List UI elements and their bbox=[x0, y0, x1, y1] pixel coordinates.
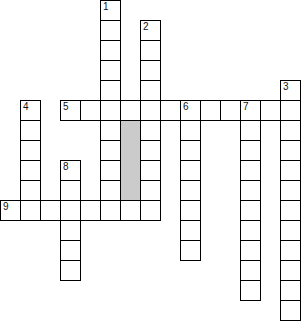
cell-r5c14[interactable] bbox=[280, 100, 301, 121]
cell-r8c1[interactable] bbox=[20, 160, 41, 181]
cell-r12c12[interactable] bbox=[240, 240, 261, 261]
cell-r11c12[interactable] bbox=[240, 220, 261, 241]
clue-number-6: 6 bbox=[183, 101, 189, 112]
cell-r10c3[interactable] bbox=[60, 200, 81, 221]
highlight-strip bbox=[121, 121, 140, 200]
cell-r10c0[interactable]: 9 bbox=[0, 200, 21, 221]
clue-number-3: 3 bbox=[283, 81, 289, 92]
cell-r8c9[interactable] bbox=[180, 160, 201, 181]
clue-number-2: 2 bbox=[143, 21, 149, 32]
cell-r6c1[interactable] bbox=[20, 120, 41, 141]
cell-r6c5[interactable] bbox=[100, 120, 121, 141]
cell-r0c5[interactable]: 1 bbox=[100, 0, 121, 21]
cell-r14c14[interactable] bbox=[280, 280, 301, 301]
cell-r11c9[interactable] bbox=[180, 220, 201, 241]
cell-r8c14[interactable] bbox=[280, 160, 301, 181]
cell-r6c9[interactable] bbox=[180, 120, 201, 141]
cell-r3c7[interactable] bbox=[140, 60, 161, 81]
cell-r13c14[interactable] bbox=[280, 260, 301, 281]
crossword-board: 123456789 bbox=[0, 0, 301, 321]
cell-r8c3[interactable]: 8 bbox=[60, 160, 81, 181]
cell-r10c14[interactable] bbox=[280, 200, 301, 221]
cell-r4c5[interactable] bbox=[100, 80, 121, 101]
cell-r10c4[interactable] bbox=[80, 200, 101, 221]
cell-r11c14[interactable] bbox=[280, 220, 301, 241]
cell-r11c3[interactable] bbox=[60, 220, 81, 241]
clue-number-4: 4 bbox=[23, 101, 29, 112]
cell-r4c14[interactable]: 3 bbox=[280, 80, 301, 101]
cell-r14c12[interactable] bbox=[240, 280, 261, 301]
cell-r5c11[interactable] bbox=[220, 100, 241, 121]
cell-r8c12[interactable] bbox=[240, 160, 261, 181]
cell-r10c9[interactable] bbox=[180, 200, 201, 221]
cell-r10c1[interactable] bbox=[20, 200, 41, 221]
cell-r13c12[interactable] bbox=[240, 260, 261, 281]
cell-r5c5[interactable] bbox=[100, 100, 121, 121]
cell-r6c14[interactable] bbox=[280, 120, 301, 141]
cell-r2c5[interactable] bbox=[100, 40, 121, 61]
cell-r9c1[interactable] bbox=[20, 180, 41, 201]
cell-r1c5[interactable] bbox=[100, 20, 121, 41]
cell-r10c2[interactable] bbox=[40, 200, 61, 221]
cell-r12c9[interactable] bbox=[180, 240, 201, 261]
cell-r7c9[interactable] bbox=[180, 140, 201, 161]
clue-number-1: 1 bbox=[103, 1, 109, 12]
cell-r5c6[interactable] bbox=[120, 100, 141, 121]
cell-r5c10[interactable] bbox=[200, 100, 221, 121]
cell-r7c14[interactable] bbox=[280, 140, 301, 161]
clue-number-7: 7 bbox=[243, 101, 249, 112]
cell-r10c5[interactable] bbox=[100, 200, 121, 221]
cell-r2c7[interactable] bbox=[140, 40, 161, 61]
clue-number-5: 5 bbox=[63, 101, 69, 112]
cell-r5c1[interactable]: 4 bbox=[20, 100, 41, 121]
cell-r3c5[interactable] bbox=[100, 60, 121, 81]
cell-r12c3[interactable] bbox=[60, 240, 81, 261]
cell-r4c7[interactable] bbox=[140, 80, 161, 101]
cell-r7c1[interactable] bbox=[20, 140, 41, 161]
cell-r5c9[interactable]: 6 bbox=[180, 100, 201, 121]
cell-r9c12[interactable] bbox=[240, 180, 261, 201]
cell-r10c7[interactable] bbox=[140, 200, 161, 221]
cell-r5c8[interactable] bbox=[160, 100, 181, 121]
clue-number-9: 9 bbox=[3, 201, 9, 212]
cell-r1c7[interactable]: 2 bbox=[140, 20, 161, 41]
cell-r13c3[interactable] bbox=[60, 260, 81, 281]
cell-r8c5[interactable] bbox=[100, 160, 121, 181]
clue-number-8: 8 bbox=[63, 161, 69, 172]
cell-r5c12[interactable]: 7 bbox=[240, 100, 261, 121]
cell-r6c12[interactable] bbox=[240, 120, 261, 141]
cell-r5c3[interactable]: 5 bbox=[60, 100, 81, 121]
cell-r7c7[interactable] bbox=[140, 140, 161, 161]
cell-r6c7[interactable] bbox=[140, 120, 161, 141]
cell-r12c14[interactable] bbox=[280, 240, 301, 261]
cell-r8c7[interactable] bbox=[140, 160, 161, 181]
cell-r10c6[interactable] bbox=[120, 200, 141, 221]
cell-r7c5[interactable] bbox=[100, 140, 121, 161]
cell-r10c12[interactable] bbox=[240, 200, 261, 221]
cell-r15c14[interactable] bbox=[280, 300, 301, 321]
cell-r5c13[interactable] bbox=[260, 100, 281, 121]
cell-r5c7[interactable] bbox=[140, 100, 161, 121]
cell-r7c12[interactable] bbox=[240, 140, 261, 161]
cell-r9c5[interactable] bbox=[100, 180, 121, 201]
cell-r9c14[interactable] bbox=[280, 180, 301, 201]
cell-r9c3[interactable] bbox=[60, 180, 81, 201]
cell-r5c4[interactable] bbox=[80, 100, 101, 121]
cell-r9c9[interactable] bbox=[180, 180, 201, 201]
cell-r9c7[interactable] bbox=[140, 180, 161, 201]
